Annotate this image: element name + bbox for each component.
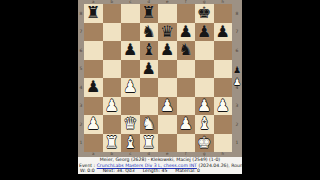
square-a3[interactable] [84,97,103,116]
square-c2[interactable]: ♛ [121,115,140,134]
file-label-b: b [103,152,122,156]
square-h7[interactable]: ♟ [214,23,233,42]
white-bishop: ♝ [121,134,140,153]
square-c5[interactable] [121,60,140,79]
square-h2[interactable] [214,115,233,134]
square-f4[interactable] [177,78,196,97]
square-e8[interactable] [158,4,177,23]
rank-label-5: 5 [78,66,84,71]
rank-label-2: 2 [78,122,84,127]
square-a6[interactable] [84,41,103,60]
white-rook: ♜ [140,134,159,153]
black-bishop: ♝ [140,41,159,60]
square-f5[interactable] [177,60,196,79]
white-pawn: ♟ [214,97,233,116]
square-d3[interactable] [140,97,159,116]
white-rook: ♜ [103,134,122,153]
white-knight: ♞ [140,115,159,134]
event-label: Event : [79,163,97,168]
rank-label-3: 3 [78,103,84,108]
square-h8[interactable] [214,4,233,23]
file-label-a: a [84,152,103,156]
black-knight: ♞ [140,23,159,42]
file-label-e: e [158,152,177,156]
square-g3[interactable]: ♟ [195,97,214,116]
status-line: W: 0:0 Next: 34. Qd3 Length: 45 Material… [78,168,242,174]
file-label-f: f [177,152,196,156]
square-c7[interactable] [121,23,140,42]
square-h5[interactable] [214,60,233,79]
white-king: ♚ [195,134,214,153]
square-g7[interactable]: ♟ [195,23,214,42]
white-pawn-icon: ♟ [232,77,242,88]
square-e5[interactable] [158,60,177,79]
square-g8[interactable]: ♚ [195,4,214,23]
square-e1[interactable] [158,134,177,153]
rank-labels-right: ♟ ♟ 87654321 [232,4,242,152]
white-pawn: ♟ [158,97,177,116]
chess-board: ♜♜♚♞♛♟♟♟♟♝♟♞♟♟♟♟♟♟♟♟♛♞♟♝♜♝♜♚ [84,4,232,152]
black-pawn: ♟ [195,23,214,42]
square-a5[interactable] [84,60,103,79]
square-b7[interactable] [103,23,122,42]
square-c4[interactable]: ♟ [121,78,140,97]
square-b4[interactable] [103,78,122,97]
board-panel: abcdefgh 87654321 ♜♜♚♞♛♟♟♟♟♝♟♞♟♟♟♟♟♟♟♟♛♞… [78,0,242,174]
square-h1[interactable] [214,134,233,153]
rank-label-4: 4 [78,85,84,90]
rank-label-8: 8 [78,11,84,16]
square-e2[interactable] [158,115,177,134]
rank-label-1: 1 [78,140,84,145]
rank-label-6: 6 [78,48,84,53]
game-length-value: Length: 45 [143,168,168,174]
square-a8[interactable]: ♜ [84,4,103,23]
rank-label-6: 6 [232,48,242,53]
square-a7[interactable] [84,23,103,42]
black-rook: ♜ [140,4,159,23]
clock-value: W: 0:0 [80,168,95,174]
square-b5[interactable] [103,60,122,79]
square-g6[interactable] [195,41,214,60]
square-f7[interactable]: ♟ [177,23,196,42]
square-g2[interactable]: ♝ [195,115,214,134]
square-e3[interactable]: ♟ [158,97,177,116]
square-a4[interactable]: ♟ [84,78,103,97]
square-b3[interactable]: ♟ [103,97,122,116]
square-b2[interactable] [103,115,122,134]
square-g5[interactable] [195,60,214,79]
black-pawn-icon: ♟ [232,65,242,76]
file-label-h: h [214,152,233,156]
rank-label-2: 2 [232,122,242,127]
square-a2[interactable]: ♟ [84,115,103,134]
chess-viewer-frame: abcdefgh 87654321 ♜♜♚♞♛♟♟♟♟♝♟♞♟♟♟♟♟♟♟♟♛♞… [0,0,320,180]
file-label-g: g [195,152,214,156]
square-e4[interactable] [158,78,177,97]
white-pawn: ♟ [103,97,122,116]
square-g4[interactable] [195,78,214,97]
square-d6[interactable]: ♝ [140,41,159,60]
black-pawn: ♟ [158,41,177,60]
black-pawn: ♟ [121,41,140,60]
rank-label-7: 7 [78,29,84,34]
black-pawn: ♟ [140,60,159,79]
square-d4[interactable] [140,78,159,97]
white-bishop: ♝ [195,115,214,134]
black-pawn: ♟ [214,23,233,42]
square-d5[interactable]: ♟ [140,60,159,79]
black-pawn: ♟ [177,23,196,42]
square-b6[interactable] [103,41,122,60]
material-value: Material: 0 [175,168,200,174]
black-knight: ♞ [177,41,196,60]
square-h6[interactable] [214,41,233,60]
square-d8[interactable]: ♜ [140,4,159,23]
rank-label-8: 8 [232,11,242,16]
square-h3[interactable]: ♟ [214,97,233,116]
white-pawn: ♟ [177,115,196,134]
square-f2[interactable]: ♟ [177,115,196,134]
black-rook: ♜ [84,4,103,23]
square-f1[interactable] [177,134,196,153]
rank-label-1: 1 [232,140,242,145]
square-d7[interactable]: ♞ [140,23,159,42]
black-pawn: ♟ [84,78,103,97]
square-c8[interactable] [121,4,140,23]
file-label-d: d [140,152,159,156]
square-f8[interactable] [177,4,196,23]
square-g1[interactable]: ♚ [195,134,214,153]
game-info-bar: Meier, Georg (2628) - Klekowski, Maciej … [78,157,242,174]
rank-labels-left: 87654321 [78,4,84,152]
square-b8[interactable] [103,4,122,23]
white-pawn: ♟ [84,115,103,134]
square-d1[interactable]: ♜ [140,134,159,153]
square-c6[interactable]: ♟ [121,41,140,60]
black-king: ♚ [195,4,214,23]
square-e6[interactable]: ♟ [158,41,177,60]
event-link[interactable]: CrunchLabs Masters Div 3 L, chess.com IN… [97,163,197,168]
square-f3[interactable] [177,97,196,116]
event-tail: (2024.04.26), Round 3.1 1-0 [197,163,242,168]
file-labels-bottom: abcdefgh [78,152,242,156]
square-d2[interactable]: ♞ [140,115,159,134]
file-label-c: c [121,152,140,156]
black-queen: ♛ [158,23,177,42]
square-c1[interactable]: ♝ [121,134,140,153]
white-pawn: ♟ [121,78,140,97]
square-c3[interactable] [121,97,140,116]
square-e7[interactable]: ♛ [158,23,177,42]
white-pawn: ♟ [195,97,214,116]
rank-label-7: 7 [232,29,242,34]
white-queen: ♛ [121,115,140,134]
square-b1[interactable]: ♜ [103,134,122,153]
rank-label-3: 3 [232,103,242,108]
square-h4[interactable] [214,78,233,97]
square-a1[interactable] [84,134,103,153]
square-f6[interactable]: ♞ [177,41,196,60]
next-move-value: Next: 34. Qd3 [103,168,135,174]
